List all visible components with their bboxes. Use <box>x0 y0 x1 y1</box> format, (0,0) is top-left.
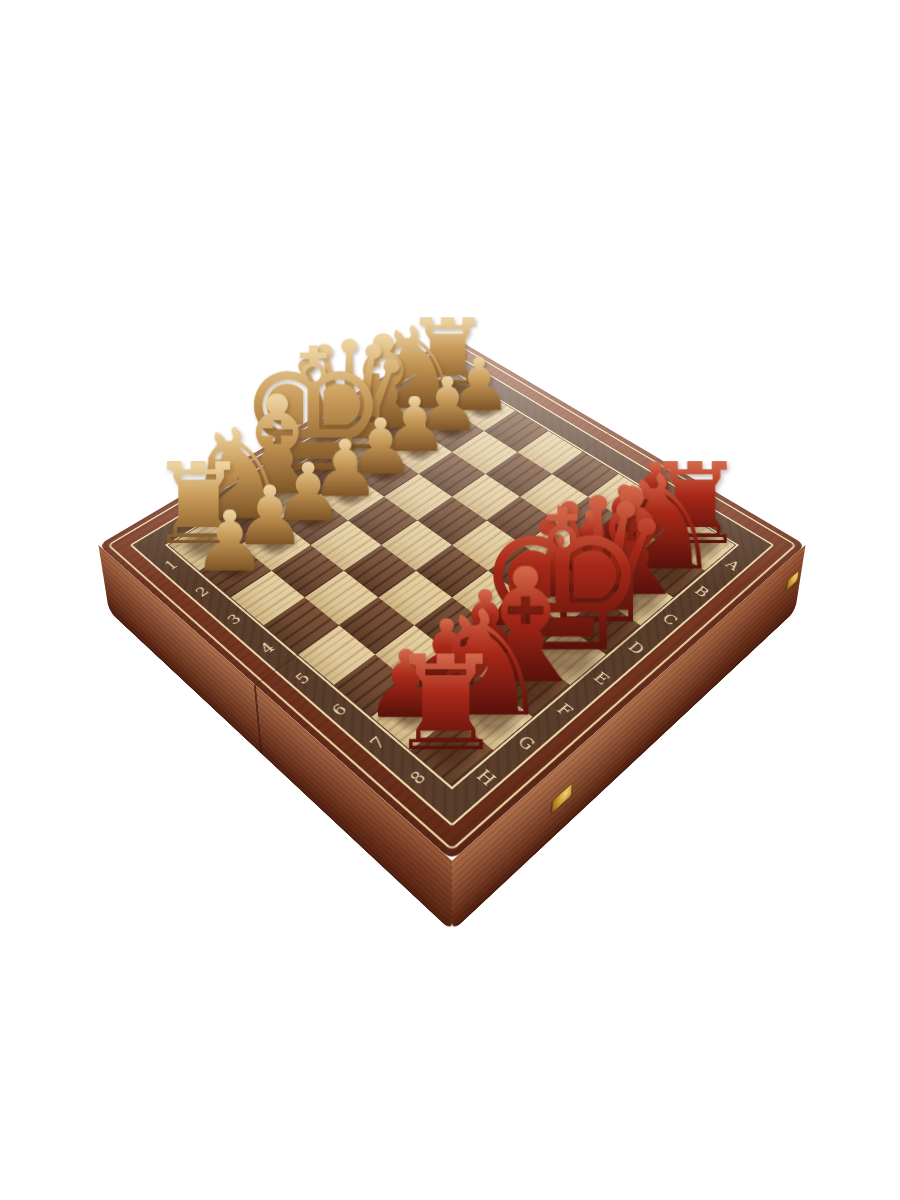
chess-board: 12345678HGFEDCBA ♜♞♝♛♚♝♞♜♟♟♟♟♟♟♟♟♟♟♟♟♟♟♟… <box>98 336 805 860</box>
piece-red-rook-h8[interactable]: ♜ <box>387 653 505 755</box>
piece-light-pawn-h2[interactable]: ♟ <box>192 509 267 574</box>
brass-hinge <box>786 570 799 591</box>
brass-latch <box>552 783 573 814</box>
fold-seam-side <box>254 684 263 755</box>
photo-scene: 12345678HGFEDCBA ♜♞♝♛♚♝♞♜♟♟♟♟♟♟♟♟♟♟♟♟♟♟♟… <box>0 0 900 1200</box>
